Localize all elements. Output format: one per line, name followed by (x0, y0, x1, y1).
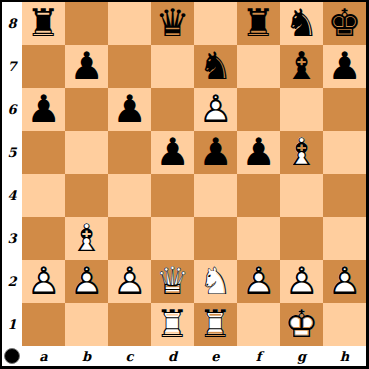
square-c5[interactable] (108, 131, 151, 174)
square-b8[interactable] (65, 2, 108, 45)
square-c2[interactable]: ♟♙ (108, 260, 151, 303)
chess-diagram: 87654321 ♜♛♜♞♚♟♞♝♟♟♟♟♙♟♟♟♝♗♝♗♟♙♟♙♟♙♛♕♞♘♟… (0, 0, 369, 369)
piece-black-rook-f8[interactable]: ♜ (237, 2, 280, 45)
square-g3[interactable] (280, 217, 323, 260)
square-h7[interactable]: ♟ (323, 45, 366, 88)
pawn-outline-layer: ♙ (65, 260, 108, 303)
square-b4[interactable] (65, 174, 108, 217)
file-label-a: a (22, 346, 65, 366)
square-b2[interactable]: ♟♙ (65, 260, 108, 303)
square-c6[interactable]: ♟ (108, 88, 151, 131)
square-g4[interactable] (280, 174, 323, 217)
pawn-outline-layer: ♙ (22, 260, 65, 303)
square-a1[interactable] (22, 303, 65, 346)
square-b7[interactable]: ♟ (65, 45, 108, 88)
square-c3[interactable] (108, 217, 151, 260)
rank-label-3: 3 (2, 217, 22, 260)
rook-outline-layer: ♖ (151, 303, 194, 346)
square-h1[interactable] (323, 303, 366, 346)
square-e8[interactable] (194, 2, 237, 45)
square-h3[interactable] (323, 217, 366, 260)
square-d7[interactable] (151, 45, 194, 88)
knight-outline-layer: ♘ (194, 260, 237, 303)
piece-white-pawn-e6[interactable]: ♟♙ (194, 88, 237, 131)
square-e1[interactable]: ♜♖ (194, 303, 237, 346)
piece-black-queen-d8[interactable]: ♛ (151, 2, 194, 45)
piece-white-rook-d1[interactable]: ♜♖ (151, 303, 194, 346)
square-b5[interactable] (65, 131, 108, 174)
square-e2[interactable]: ♞♘ (194, 260, 237, 303)
square-g7[interactable]: ♝ (280, 45, 323, 88)
square-g2[interactable]: ♟♙ (280, 260, 323, 303)
square-h8[interactable]: ♚ (323, 2, 366, 45)
piece-black-pawn-h7[interactable]: ♟ (323, 45, 366, 88)
square-e5[interactable]: ♟ (194, 131, 237, 174)
piece-white-pawn-g2[interactable]: ♟♙ (280, 260, 323, 303)
square-h2[interactable]: ♟♙ (323, 260, 366, 303)
square-f8[interactable]: ♜ (237, 2, 280, 45)
square-h6[interactable] (323, 88, 366, 131)
square-e7[interactable]: ♞ (194, 45, 237, 88)
black-to-move-indicator (4, 348, 20, 364)
file-label-e: e (194, 346, 237, 366)
piece-white-pawn-h2[interactable]: ♟♙ (323, 260, 366, 303)
square-b6[interactable] (65, 88, 108, 131)
square-f1[interactable] (237, 303, 280, 346)
square-a5[interactable] (22, 131, 65, 174)
piece-black-rook-a8[interactable]: ♜ (22, 2, 65, 45)
rank-label-6: 6 (2, 88, 22, 131)
file-label-f: f (237, 346, 280, 366)
piece-black-pawn-b7[interactable]: ♟ (65, 45, 108, 88)
rank-label-7: 7 (2, 45, 22, 88)
queen-outline-layer: ♕ (151, 260, 194, 303)
square-g6[interactable] (280, 88, 323, 131)
pawn-outline-layer: ♙ (108, 260, 151, 303)
rank-labels: 87654321 (2, 2, 22, 346)
square-b3[interactable]: ♝♗ (65, 217, 108, 260)
piece-white-pawn-b2[interactable]: ♟♙ (65, 260, 108, 303)
piece-black-pawn-f5[interactable]: ♟ (237, 131, 280, 174)
piece-black-pawn-d5[interactable]: ♟ (151, 131, 194, 174)
square-c4[interactable] (108, 174, 151, 217)
square-d6[interactable] (151, 88, 194, 131)
file-label-b: b (65, 346, 108, 366)
bishop-outline-layer: ♗ (280, 131, 323, 174)
file-label-h: h (323, 346, 366, 366)
square-e4[interactable] (194, 174, 237, 217)
pawn-outline-layer: ♙ (280, 260, 323, 303)
file-labels: abcdefgh (22, 346, 366, 366)
square-d8[interactable]: ♛ (151, 2, 194, 45)
piece-black-knight-e7[interactable]: ♞ (194, 45, 237, 88)
square-e3[interactable] (194, 217, 237, 260)
turn-indicator-cell (2, 346, 22, 366)
square-f6[interactable] (237, 88, 280, 131)
square-d1[interactable]: ♜♖ (151, 303, 194, 346)
piece-black-pawn-a6[interactable]: ♟ (22, 88, 65, 131)
square-b1[interactable] (65, 303, 108, 346)
file-label-g: g (280, 346, 323, 366)
file-label-d: d (151, 346, 194, 366)
square-d2[interactable]: ♛♕ (151, 260, 194, 303)
square-e6[interactable]: ♟♙ (194, 88, 237, 131)
bishop-outline-layer: ♗ (65, 217, 108, 260)
piece-black-pawn-e5[interactable]: ♟ (194, 131, 237, 174)
square-g8[interactable]: ♞ (280, 2, 323, 45)
piece-white-bishop-g5[interactable]: ♝♗ (280, 131, 323, 174)
rank-label-8: 8 (2, 2, 22, 45)
piece-white-knight-e2[interactable]: ♞♘ (194, 260, 237, 303)
square-c8[interactable] (108, 2, 151, 45)
piece-white-bishop-b3[interactable]: ♝♗ (65, 217, 108, 260)
rank-label-5: 5 (2, 131, 22, 174)
square-d3[interactable] (151, 217, 194, 260)
square-a7[interactable] (22, 45, 65, 88)
piece-white-queen-d2[interactable]: ♛♕ (151, 260, 194, 303)
square-c1[interactable] (108, 303, 151, 346)
square-f4[interactable] (237, 174, 280, 217)
square-a2[interactable]: ♟♙ (22, 260, 65, 303)
square-a3[interactable] (22, 217, 65, 260)
rank-label-4: 4 (2, 174, 22, 217)
square-c7[interactable] (108, 45, 151, 88)
piece-white-pawn-f2[interactable]: ♟♙ (237, 260, 280, 303)
square-a6[interactable]: ♟ (22, 88, 65, 131)
piece-white-pawn-c2[interactable]: ♟♙ (108, 260, 151, 303)
pawn-outline-layer: ♙ (237, 260, 280, 303)
piece-white-king-g1[interactable]: ♚♔ (280, 303, 323, 346)
square-d4[interactable] (151, 174, 194, 217)
square-h5[interactable] (323, 131, 366, 174)
piece-white-pawn-a2[interactable]: ♟♙ (22, 260, 65, 303)
chess-board: ♜♛♜♞♚♟♞♝♟♟♟♟♙♟♟♟♝♗♝♗♟♙♟♙♟♙♛♕♞♘♟♙♟♙♟♙♜♖♜♖… (22, 2, 366, 346)
piece-black-pawn-c6[interactable]: ♟ (108, 88, 151, 131)
rank-label-1: 1 (2, 303, 22, 346)
rook-outline-layer: ♖ (194, 303, 237, 346)
piece-white-rook-e1[interactable]: ♜♖ (194, 303, 237, 346)
king-outline-layer: ♔ (280, 303, 323, 346)
pawn-outline-layer: ♙ (323, 260, 366, 303)
square-f5[interactable]: ♟ (237, 131, 280, 174)
piece-black-bishop-g7[interactable]: ♝ (280, 45, 323, 88)
square-f7[interactable] (237, 45, 280, 88)
square-f3[interactable] (237, 217, 280, 260)
square-h4[interactable] (323, 174, 366, 217)
square-a4[interactable] (22, 174, 65, 217)
square-g1[interactable]: ♚♔ (280, 303, 323, 346)
file-label-c: c (108, 346, 151, 366)
square-d5[interactable]: ♟ (151, 131, 194, 174)
pawn-outline-layer: ♙ (194, 88, 237, 131)
rank-label-2: 2 (2, 260, 22, 303)
piece-black-knight-g8[interactable]: ♞ (280, 2, 323, 45)
piece-black-king-h8[interactable]: ♚ (323, 2, 366, 45)
square-g5[interactable]: ♝♗ (280, 131, 323, 174)
square-a8[interactable]: ♜ (22, 2, 65, 45)
square-f2[interactable]: ♟♙ (237, 260, 280, 303)
